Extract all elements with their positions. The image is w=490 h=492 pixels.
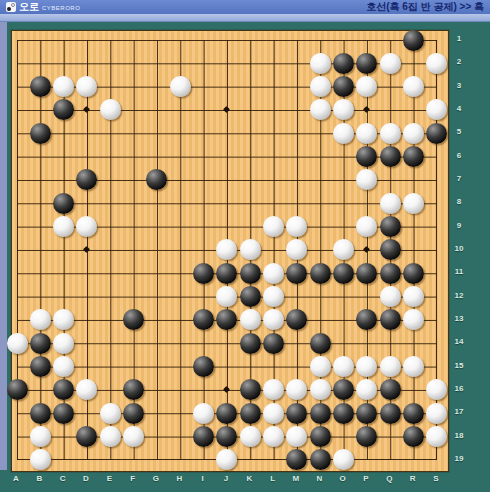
logo-korean-text: 오로 [19, 0, 39, 14]
column-label-I: I [197, 474, 209, 484]
column-label-G: G [150, 474, 162, 484]
cyberoro-logo: 오로 CYBERORO [6, 0, 80, 14]
row-label-17: 17 [450, 407, 468, 417]
white-stone-S4[interactable] [426, 99, 447, 120]
column-label-E: E [103, 474, 115, 484]
black-stone-N17[interactable] [310, 403, 331, 424]
white-stone-Q8[interactable] [380, 193, 401, 214]
column-label-D: D [80, 474, 92, 484]
black-stone-N11[interactable] [310, 263, 331, 284]
white-stone-N2[interactable] [310, 53, 331, 74]
white-stone-C14[interactable] [53, 333, 74, 354]
column-label-C: C [57, 474, 69, 484]
black-stone-R11[interactable] [403, 263, 424, 284]
black-stone-Q17[interactable] [380, 403, 401, 424]
go-stones-icon [6, 2, 16, 12]
white-stone-N15[interactable] [310, 356, 331, 377]
white-stone-L11[interactable] [263, 263, 284, 284]
white-stone-Q5[interactable] [380, 123, 401, 144]
row-label-5: 5 [450, 127, 468, 137]
row-label-9: 9 [450, 221, 468, 231]
row-label-12: 12 [450, 291, 468, 301]
white-stone-N3[interactable] [310, 76, 331, 97]
white-stone-H3[interactable] [170, 76, 191, 97]
black-stone-K14[interactable] [240, 333, 261, 354]
row-label-18: 18 [450, 431, 468, 441]
white-stone-B18[interactable] [30, 426, 51, 447]
column-label-H: H [173, 474, 185, 484]
row-label-4: 4 [450, 104, 468, 114]
row-label-2: 2 [450, 57, 468, 67]
black-stone-N19[interactable] [310, 449, 331, 470]
white-stone-A14[interactable] [7, 333, 28, 354]
column-label-M: M [290, 474, 302, 484]
column-label-N: N [313, 474, 325, 484]
black-stone-B3[interactable] [30, 76, 51, 97]
row-label-16: 16 [450, 384, 468, 394]
white-stone-E17[interactable] [100, 403, 121, 424]
black-stone-B14[interactable] [30, 333, 51, 354]
column-label-Q: Q [383, 474, 395, 484]
black-stone-K11[interactable] [240, 263, 261, 284]
white-stone-R5[interactable] [403, 123, 424, 144]
row-label-19: 19 [450, 454, 468, 464]
black-stone-N14[interactable] [310, 333, 331, 354]
column-label-L: L [267, 474, 279, 484]
black-stone-Q9[interactable] [380, 216, 401, 237]
column-label-B: B [33, 474, 45, 484]
black-stone-R1[interactable] [403, 30, 424, 51]
go-client-window: { "app": { "logo_kr": "오로", "logo_en": "… [0, 0, 490, 492]
black-stone-N18[interactable] [310, 426, 331, 447]
black-stone-L14[interactable] [263, 333, 284, 354]
row-label-14: 14 [450, 337, 468, 347]
white-stone-S18[interactable] [426, 426, 447, 447]
row-label-10: 10 [450, 244, 468, 254]
row-label-15: 15 [450, 361, 468, 371]
window-left-edge [0, 22, 7, 470]
black-stone-C8[interactable] [53, 193, 74, 214]
row-label-13: 13 [450, 314, 468, 324]
white-stone-R8[interactable] [403, 193, 424, 214]
black-stone-Q6[interactable] [380, 146, 401, 167]
row-label-1: 1 [450, 34, 468, 44]
column-label-O: O [337, 474, 349, 484]
black-stone-R17[interactable] [403, 403, 424, 424]
column-label-K: K [243, 474, 255, 484]
black-stone-I11[interactable] [193, 263, 214, 284]
white-stone-S2[interactable] [426, 53, 447, 74]
white-stone-Q12[interactable] [380, 286, 401, 307]
logo-english-text: CYBERORO [42, 3, 80, 11]
white-stone-O5[interactable] [333, 123, 354, 144]
white-stone-I17[interactable] [193, 403, 214, 424]
black-stone-S5[interactable] [426, 123, 447, 144]
go-board[interactable] [11, 30, 449, 472]
title-bar: 오로 CYBERORO 호선(흑 6집 반 공제) >> 흑 [0, 0, 490, 14]
black-stone-B17[interactable] [30, 403, 51, 424]
row-label-11: 11 [450, 267, 468, 277]
column-label-F: F [127, 474, 139, 484]
row-label-3: 3 [450, 81, 468, 91]
white-stone-J19[interactable] [216, 449, 237, 470]
toolbar-strip [0, 14, 490, 22]
white-stone-Q15[interactable] [380, 356, 401, 377]
match-conditions-text: 호선(흑 6집 반 공제) >> 흑 [366, 0, 484, 14]
white-stone-E18[interactable] [100, 426, 121, 447]
white-stone-B19[interactable] [30, 449, 51, 470]
row-label-6: 6 [450, 151, 468, 161]
black-stone-F17[interactable] [123, 403, 144, 424]
white-stone-S17[interactable] [426, 403, 447, 424]
row-label-8: 8 [450, 197, 468, 207]
black-stone-O17[interactable] [333, 403, 354, 424]
white-stone-S16[interactable] [426, 379, 447, 400]
black-stone-B15[interactable] [30, 356, 51, 377]
black-stone-M19[interactable] [286, 449, 307, 470]
black-stone-K17[interactable] [240, 403, 261, 424]
black-stone-A16[interactable] [7, 379, 28, 400]
black-stone-C17[interactable] [53, 403, 74, 424]
black-stone-K12[interactable] [240, 286, 261, 307]
column-label-R: R [407, 474, 419, 484]
white-stone-O19[interactable] [333, 449, 354, 470]
column-label-S: S [430, 474, 442, 484]
white-stone-Q2[interactable] [380, 53, 401, 74]
white-stone-L17[interactable] [263, 403, 284, 424]
row-label-7: 7 [450, 174, 468, 184]
black-stone-Q11[interactable] [380, 263, 401, 284]
column-label-P: P [360, 474, 372, 484]
black-stone-O11[interactable] [333, 263, 354, 284]
black-stone-B5[interactable] [30, 123, 51, 144]
white-stone-K18[interactable] [240, 426, 261, 447]
column-label-A: A [10, 474, 22, 484]
black-stone-O2[interactable] [333, 53, 354, 74]
column-label-J: J [220, 474, 232, 484]
